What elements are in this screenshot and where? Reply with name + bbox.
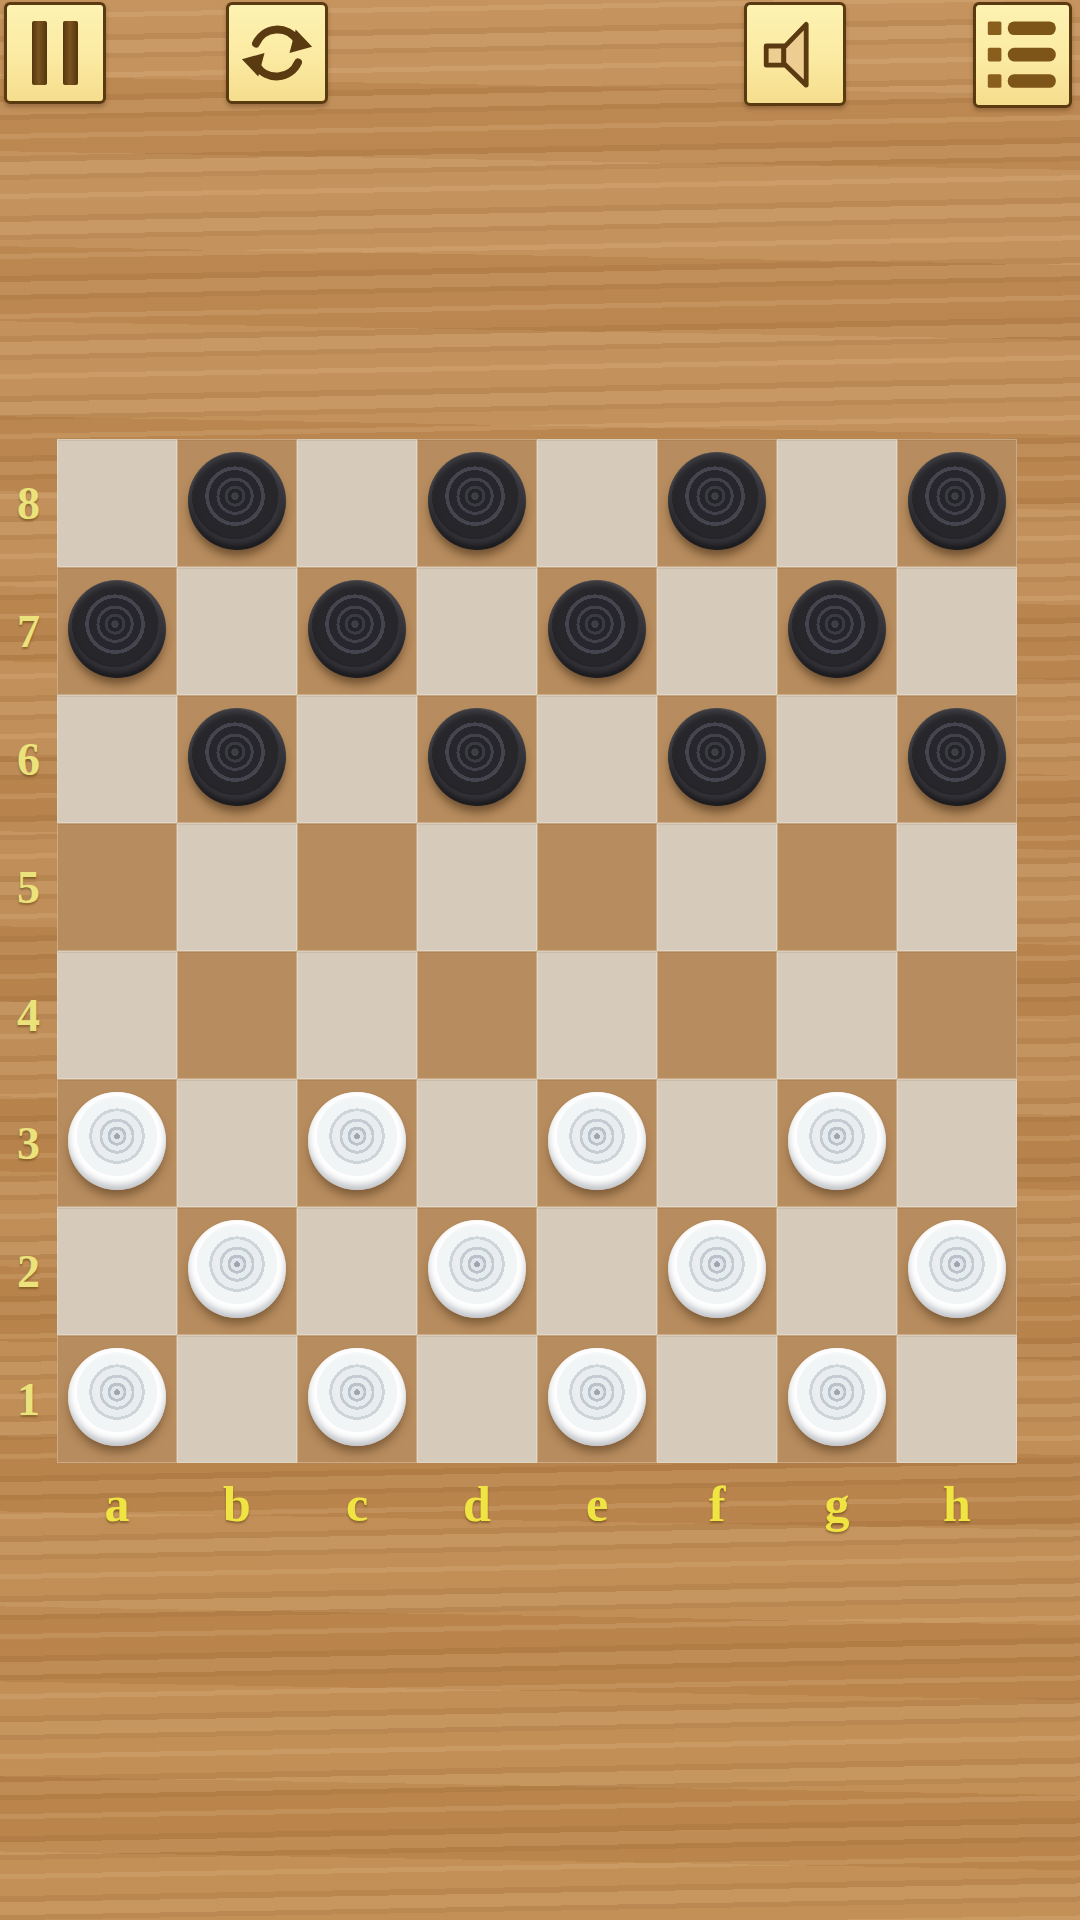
square-c3[interactable] — [297, 1079, 417, 1207]
square-d7[interactable] — [417, 567, 537, 695]
square-e3[interactable] — [537, 1079, 657, 1207]
file-labels: abcdefgh — [57, 1466, 1017, 1542]
square-f2[interactable] — [657, 1207, 777, 1335]
square-h3[interactable] — [897, 1079, 1017, 1207]
white-piece-a3[interactable] — [68, 1092, 166, 1190]
rank-label-3: 3 — [0, 1079, 57, 1207]
square-f6[interactable] — [657, 695, 777, 823]
square-d1[interactable] — [417, 1335, 537, 1463]
square-e8[interactable] — [537, 439, 657, 567]
checkers-board — [57, 439, 1017, 1463]
square-c6[interactable] — [297, 695, 417, 823]
square-d2[interactable] — [417, 1207, 537, 1335]
white-piece-d2[interactable] — [428, 1220, 526, 1318]
square-h7[interactable] — [897, 567, 1017, 695]
square-b2[interactable] — [177, 1207, 297, 1335]
square-g8[interactable] — [777, 439, 897, 567]
square-f3[interactable] — [657, 1079, 777, 1207]
square-a1[interactable] — [57, 1335, 177, 1463]
square-h6[interactable] — [897, 695, 1017, 823]
square-e6[interactable] — [537, 695, 657, 823]
rank-label-5: 5 — [0, 823, 57, 951]
square-a8[interactable] — [57, 439, 177, 567]
square-h8[interactable] — [897, 439, 1017, 567]
file-label-d: d — [417, 1466, 537, 1542]
square-c5[interactable] — [297, 823, 417, 951]
square-f1[interactable] — [657, 1335, 777, 1463]
refresh-icon — [238, 14, 316, 92]
square-d5[interactable] — [417, 823, 537, 951]
square-c1[interactable] — [297, 1335, 417, 1463]
square-f8[interactable] — [657, 439, 777, 567]
square-a5[interactable] — [57, 823, 177, 951]
list-menu-icon — [983, 13, 1063, 97]
square-d3[interactable] — [417, 1079, 537, 1207]
square-h1[interactable] — [897, 1335, 1017, 1463]
speaker-icon — [755, 14, 835, 94]
pause-icon — [24, 21, 86, 85]
square-b1[interactable] — [177, 1335, 297, 1463]
square-b5[interactable] — [177, 823, 297, 951]
black-piece-d6[interactable] — [428, 708, 526, 806]
square-g6[interactable] — [777, 695, 897, 823]
square-h5[interactable] — [897, 823, 1017, 951]
white-piece-e1[interactable] — [548, 1348, 646, 1446]
file-label-a: a — [57, 1466, 177, 1542]
white-piece-e3[interactable] — [548, 1092, 646, 1190]
square-g2[interactable] — [777, 1207, 897, 1335]
black-piece-h8[interactable] — [908, 452, 1006, 550]
square-e1[interactable] — [537, 1335, 657, 1463]
square-f7[interactable] — [657, 567, 777, 695]
white-piece-b2[interactable] — [188, 1220, 286, 1318]
square-h4[interactable] — [897, 951, 1017, 1079]
square-a2[interactable] — [57, 1207, 177, 1335]
square-b8[interactable] — [177, 439, 297, 567]
black-piece-h6[interactable] — [908, 708, 1006, 806]
square-d4[interactable] — [417, 951, 537, 1079]
square-e7[interactable] — [537, 567, 657, 695]
black-piece-b6[interactable] — [188, 708, 286, 806]
restart-button[interactable] — [226, 2, 328, 104]
black-piece-e7[interactable] — [548, 580, 646, 678]
file-label-f: f — [657, 1466, 777, 1542]
square-e2[interactable] — [537, 1207, 657, 1335]
black-piece-g7[interactable] — [788, 580, 886, 678]
square-c8[interactable] — [297, 439, 417, 567]
square-c4[interactable] — [297, 951, 417, 1079]
rank-label-7: 7 — [0, 567, 57, 695]
square-a4[interactable] — [57, 951, 177, 1079]
black-piece-d8[interactable] — [428, 452, 526, 550]
square-e5[interactable] — [537, 823, 657, 951]
checkers-app-screen: 87654321 abcdefgh — [0, 0, 1080, 1920]
white-piece-c3[interactable] — [308, 1092, 406, 1190]
black-piece-c7[interactable] — [308, 580, 406, 678]
rank-label-4: 4 — [0, 951, 57, 1079]
square-b6[interactable] — [177, 695, 297, 823]
square-g5[interactable] — [777, 823, 897, 951]
white-piece-f2[interactable] — [668, 1220, 766, 1318]
rank-labels: 87654321 — [0, 439, 57, 1463]
square-g7[interactable] — [777, 567, 897, 695]
square-e4[interactable] — [537, 951, 657, 1079]
rank-label-6: 6 — [0, 695, 57, 823]
black-piece-b8[interactable] — [188, 452, 286, 550]
square-b3[interactable] — [177, 1079, 297, 1207]
rank-label-1: 1 — [0, 1335, 57, 1463]
sound-button[interactable] — [744, 2, 846, 106]
square-f4[interactable] — [657, 951, 777, 1079]
black-piece-a7[interactable] — [68, 580, 166, 678]
square-d6[interactable] — [417, 695, 537, 823]
white-piece-g1[interactable] — [788, 1348, 886, 1446]
white-piece-c1[interactable] — [308, 1348, 406, 1446]
black-piece-f8[interactable] — [668, 452, 766, 550]
square-h2[interactable] — [897, 1207, 1017, 1335]
black-piece-f6[interactable] — [668, 708, 766, 806]
menu-button[interactable] — [973, 2, 1072, 108]
square-a6[interactable] — [57, 695, 177, 823]
square-a7[interactable] — [57, 567, 177, 695]
square-g3[interactable] — [777, 1079, 897, 1207]
square-b7[interactable] — [177, 567, 297, 695]
square-c2[interactable] — [297, 1207, 417, 1335]
square-a3[interactable] — [57, 1079, 177, 1207]
white-piece-h2[interactable] — [908, 1220, 1006, 1318]
rank-label-8: 8 — [0, 439, 57, 567]
white-piece-g3[interactable] — [788, 1092, 886, 1190]
file-label-g: g — [777, 1466, 897, 1542]
pause-button[interactable] — [4, 2, 106, 104]
file-label-c: c — [297, 1466, 417, 1542]
white-piece-a1[interactable] — [68, 1348, 166, 1446]
square-f5[interactable] — [657, 823, 777, 951]
square-d8[interactable] — [417, 439, 537, 567]
square-g4[interactable] — [777, 951, 897, 1079]
file-label-b: b — [177, 1466, 297, 1542]
square-b4[interactable] — [177, 951, 297, 1079]
file-label-e: e — [537, 1466, 657, 1542]
square-c7[interactable] — [297, 567, 417, 695]
file-label-h: h — [897, 1466, 1017, 1542]
square-g1[interactable] — [777, 1335, 897, 1463]
rank-label-2: 2 — [0, 1207, 57, 1335]
